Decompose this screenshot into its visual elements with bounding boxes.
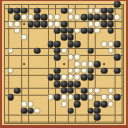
white-stone	[7, 47, 14, 54]
white-stone	[74, 27, 81, 34]
white-stone	[67, 54, 74, 61]
white-stone	[21, 14, 28, 21]
black-stone	[67, 81, 74, 88]
white-stone	[87, 7, 94, 14]
black-stone	[87, 107, 94, 114]
black-stone	[14, 87, 21, 94]
white-stone	[67, 74, 74, 81]
black-stone	[67, 107, 74, 114]
black-stone	[21, 107, 28, 114]
black-stone	[34, 21, 41, 28]
white-stone	[61, 101, 68, 108]
white-stone	[67, 94, 74, 101]
black-stone	[61, 21, 68, 28]
black-stone	[74, 41, 81, 48]
black-stone	[87, 14, 94, 21]
black-stone	[101, 21, 108, 28]
black-stone	[94, 114, 101, 121]
black-stone	[61, 34, 68, 41]
black-stone	[67, 87, 74, 94]
black-stone	[101, 7, 108, 14]
white-stone	[47, 94, 54, 101]
white-stone	[74, 54, 81, 61]
black-stone	[114, 94, 121, 101]
black-stone	[114, 54, 121, 61]
black-stone	[81, 27, 88, 34]
white-stone	[14, 27, 21, 34]
white-stone	[107, 87, 114, 94]
white-stone	[61, 94, 68, 101]
black-stone	[114, 1, 121, 8]
black-stone	[101, 14, 108, 21]
white-stone	[7, 21, 14, 28]
white-stone	[107, 101, 114, 108]
white-stone	[94, 27, 101, 34]
black-stone	[41, 21, 48, 28]
white-stone	[107, 47, 114, 54]
black-stone	[54, 81, 61, 88]
black-stone	[101, 67, 108, 74]
black-stone	[54, 94, 61, 101]
white-stone	[61, 74, 68, 81]
white-stone	[107, 41, 114, 48]
black-stone	[61, 7, 68, 14]
white-stone	[67, 14, 74, 21]
white-stone	[14, 21, 21, 28]
white-stone	[27, 14, 34, 21]
white-stone	[87, 94, 94, 101]
black-stone	[81, 94, 88, 101]
hoshi-point	[63, 63, 65, 65]
white-stone	[101, 94, 108, 101]
white-stone	[7, 67, 14, 74]
black-stone	[47, 41, 54, 48]
black-stone	[34, 7, 41, 14]
white-stone	[87, 87, 94, 94]
black-stone	[14, 7, 21, 14]
black-stone	[114, 67, 121, 74]
black-stone	[94, 101, 101, 108]
black-stone	[54, 74, 61, 81]
black-stone	[81, 14, 88, 21]
black-stone	[47, 74, 54, 81]
white-stone	[47, 14, 54, 21]
black-stone	[7, 94, 14, 101]
black-stone	[34, 14, 41, 21]
white-stone	[54, 14, 61, 21]
white-stone	[74, 14, 81, 21]
white-stone	[87, 61, 94, 68]
black-stone	[67, 27, 74, 34]
white-stone	[81, 67, 88, 74]
black-stone	[114, 41, 121, 48]
white-stone	[47, 21, 54, 28]
hoshi-point	[23, 63, 25, 65]
black-stone	[94, 107, 101, 114]
black-stone	[67, 41, 74, 48]
black-stone	[107, 27, 114, 34]
white-stone	[34, 107, 41, 114]
white-stone	[21, 34, 28, 41]
black-stone	[107, 14, 114, 21]
black-stone	[61, 81, 68, 88]
white-stone	[27, 101, 34, 108]
black-stone	[54, 54, 61, 61]
black-stone	[81, 87, 88, 94]
white-stone	[81, 61, 88, 68]
white-stone	[54, 21, 61, 28]
black-stone	[74, 101, 81, 108]
black-stone	[54, 47, 61, 54]
black-stone	[34, 47, 41, 54]
black-stone	[21, 7, 28, 14]
white-stone	[21, 101, 28, 108]
black-stone	[41, 14, 48, 21]
white-stone	[114, 14, 121, 21]
white-stone	[94, 21, 101, 28]
black-stone	[67, 34, 74, 41]
black-stone	[74, 94, 81, 101]
black-stone	[107, 21, 114, 28]
white-stone	[61, 47, 68, 54]
black-stone	[87, 74, 94, 81]
black-stone	[81, 74, 88, 81]
black-stone	[54, 41, 61, 48]
black-stone	[27, 21, 34, 28]
black-stone	[27, 107, 34, 114]
black-stone	[14, 14, 21, 21]
white-stone	[94, 7, 101, 14]
white-stone	[67, 67, 74, 74]
white-stone	[101, 41, 108, 48]
black-stone	[7, 7, 14, 14]
black-stone	[107, 7, 114, 14]
white-stone	[107, 94, 114, 101]
black-stone	[94, 61, 101, 68]
black-stone	[74, 81, 81, 88]
hoshi-point	[23, 23, 25, 25]
white-stone	[87, 21, 94, 28]
black-stone	[61, 27, 68, 34]
black-stone	[87, 27, 94, 34]
go-board[interactable]	[0, 0, 128, 128]
white-stone	[74, 74, 81, 81]
white-stone	[94, 87, 101, 94]
black-stone	[101, 101, 108, 108]
black-stone	[54, 27, 61, 34]
white-stone	[67, 7, 74, 14]
white-stone	[74, 61, 81, 68]
black-stone	[87, 47, 94, 54]
black-stone	[54, 67, 61, 74]
white-stone	[74, 67, 81, 74]
black-stone	[61, 87, 68, 94]
hoshi-point	[103, 63, 105, 65]
black-stone	[94, 14, 101, 21]
black-stone	[87, 67, 94, 74]
